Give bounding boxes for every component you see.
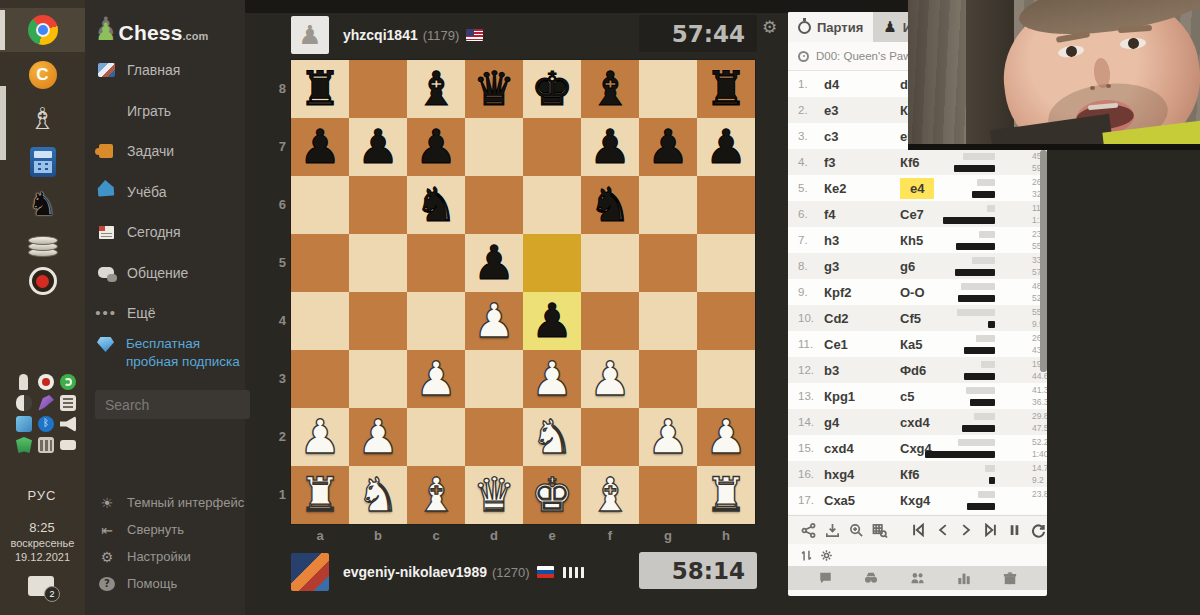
white-move[interactable]: Кe2	[824, 181, 900, 196]
puzzle-icon	[99, 144, 113, 158]
sidebar-item-chatb[interactable]: Общение	[85, 253, 245, 294]
help-icon: ?	[99, 577, 115, 591]
piece-white-pawn[interactable]: ♟	[589, 350, 631, 408]
player-avatar[interactable]	[291, 553, 329, 591]
bishop-app-icon[interactable]: ♗	[0, 97, 85, 141]
panel-bottom-bar	[788, 566, 1047, 590]
square-h5[interactable]	[697, 234, 755, 292]
move-number: 2.	[788, 104, 824, 116]
opening-icon	[798, 51, 809, 62]
black-time-bar	[962, 425, 995, 432]
white-time-bar	[961, 283, 995, 290]
system-date: 19.12.2021	[0, 551, 85, 563]
piece-black-queen[interactable]: ♛	[473, 60, 515, 118]
piece-black-pawn[interactable]: ♟	[415, 118, 457, 176]
square-b6[interactable]	[349, 176, 407, 234]
knight-app-icon: ♞	[28, 188, 57, 220]
sidebar-item-label: Общение	[127, 265, 188, 281]
square-f1[interactable]: ♝	[581, 466, 639, 524]
sidebar-item-label: Главная	[127, 62, 180, 78]
white-move[interactable]: cxd4	[824, 441, 900, 456]
square-f4[interactable]	[581, 292, 639, 350]
observe-tab-icon[interactable]	[859, 567, 883, 589]
white-time-bar	[972, 257, 995, 264]
black-time-bar	[988, 321, 995, 328]
piece-white-pawn[interactable]: ♟	[473, 292, 515, 350]
utility-row	[788, 544, 1047, 566]
square-g7[interactable]: ♟	[639, 118, 697, 176]
rec-tray-icon[interactable]	[38, 374, 54, 390]
app-tray-icon[interactable]	[16, 416, 32, 432]
square-c3[interactable]: ♟	[407, 350, 465, 408]
square-h4[interactable]	[697, 292, 755, 350]
move-number: 16.	[788, 468, 824, 480]
white-move[interactable]: f4	[824, 207, 900, 222]
move-number: 17.	[788, 494, 824, 506]
chess-board: ♜♝♛♚♝♜♟♟♟♟♟♟♞♞♟♟♟♟♟♟♟♟♞♟♟♜♞♝♛♚♝♜	[291, 60, 755, 524]
board-settings-gear-icon[interactable]: ⚙	[762, 17, 777, 37]
square-e6[interactable]	[523, 176, 581, 234]
move-time: 14.7	[1032, 463, 1047, 473]
sidebar-item-label: Ещё	[127, 305, 156, 321]
shield-tray-icon[interactable]	[16, 437, 32, 453]
record-button-icon[interactable]	[0, 259, 85, 303]
square-c2[interactable]	[407, 408, 465, 466]
notifications-icon[interactable]: 2	[28, 576, 54, 596]
white-time-bar	[987, 205, 995, 212]
square-a5[interactable]	[291, 234, 349, 292]
piece-white-queen[interactable]: ♛	[473, 466, 515, 524]
move-time: 52.2	[1032, 437, 1047, 447]
square-g2[interactable]: ♟	[639, 408, 697, 466]
system-tray	[14, 372, 80, 456]
move-number: 13.	[788, 390, 824, 402]
piece-white-pawn[interactable]: ♟	[647, 408, 689, 466]
white-time-bar	[976, 335, 995, 342]
sidebar-item-label: Учёба	[127, 184, 166, 200]
move-row: 17.Сxa5Кxg423.8	[788, 487, 1047, 513]
move-row: 5.Кe2e426.132.9	[788, 175, 1047, 201]
collapse-icon: ⇤	[99, 522, 115, 538]
piece-black-pawn[interactable]: ♟	[647, 118, 689, 176]
tostart-button[interactable]	[906, 519, 930, 541]
file-label-e: e	[523, 526, 581, 546]
webcam-overlay	[908, 0, 1200, 150]
c-app-icon[interactable]: C	[0, 53, 85, 97]
piece-white-knight[interactable]: ♞	[357, 466, 399, 524]
file-label-a: a	[291, 526, 349, 546]
batt-tray-icon[interactable]	[60, 440, 76, 450]
sidebar-item-play[interactable]: Играть	[85, 91, 245, 132]
white-time-bar	[985, 465, 995, 472]
piece-black-bishop[interactable]: ♝	[415, 60, 457, 118]
piece-white-pawn[interactable]: ♟	[415, 350, 457, 408]
black-move[interactable]: e4	[900, 181, 960, 196]
boardsearch-button[interactable]	[868, 519, 892, 541]
white-move[interactable]: f3	[824, 155, 900, 170]
stats-tab-icon[interactable]	[952, 567, 976, 589]
square-d5[interactable]: ♟	[465, 234, 523, 292]
black-time-bar	[956, 243, 995, 250]
black-move[interactable]: c5	[900, 389, 960, 404]
piece-black-pawn[interactable]: ♟	[299, 118, 341, 176]
black-time-bar	[964, 373, 995, 380]
black-time-bar	[970, 399, 995, 406]
move-number: 6.	[788, 208, 824, 220]
rank-label-3: 3	[268, 350, 286, 408]
white-move[interactable]: c3	[824, 129, 900, 144]
system-clock[interactable]: 8:25	[2, 520, 82, 535]
swap-button[interactable]	[796, 546, 816, 564]
square-d1[interactable]: ♛	[465, 466, 523, 524]
mouse-tray-icon[interactable]	[16, 395, 32, 411]
square-d2[interactable]	[465, 408, 523, 466]
piece-black-pawn[interactable]: ♟	[705, 118, 747, 176]
rank-label-4: 4	[268, 292, 286, 350]
square-g1[interactable]	[639, 466, 697, 524]
square-d7[interactable]	[465, 118, 523, 176]
square-f5[interactable]	[581, 234, 639, 292]
white-move[interactable]: b3	[824, 363, 900, 378]
file-label-d: d	[465, 526, 523, 546]
download-button[interactable]	[820, 519, 844, 541]
search-input[interactable]	[95, 390, 250, 419]
player-rating: (1270)	[492, 565, 530, 580]
square-b2[interactable]: ♟	[349, 408, 407, 466]
square-b5[interactable]	[349, 234, 407, 292]
move-number: 8.	[788, 260, 824, 272]
learn-icon	[98, 187, 115, 197]
calculator-icon[interactable]	[0, 140, 85, 184]
opponent-name[interactable]: yhzcqi1841	[343, 27, 418, 43]
toend-button[interactable]	[978, 519, 1002, 541]
square-d3[interactable]	[465, 350, 523, 408]
square-a8[interactable]: ♜	[291, 60, 349, 118]
window-edge	[0, 86, 6, 160]
white-move[interactable]: g3	[824, 259, 900, 274]
square-d4[interactable]: ♟	[465, 292, 523, 350]
reload-button[interactable]	[1026, 519, 1047, 541]
forward-button[interactable]	[954, 519, 978, 541]
square-f3[interactable]: ♟	[581, 350, 639, 408]
piece-black-king[interactable]: ♚	[531, 60, 573, 118]
chesscom-logo[interactable]: ♟ Chess .com	[95, 18, 208, 46]
white-move[interactable]: g4	[824, 415, 900, 430]
square-g8[interactable]	[639, 60, 697, 118]
square-e2[interactable]: ♞	[523, 408, 581, 466]
rank-label-1: 1	[268, 466, 286, 524]
square-e4[interactable]: ♟	[523, 292, 581, 350]
white-move[interactable]: Сxa5	[824, 493, 900, 508]
piece-white-pawn[interactable]: ♟	[531, 350, 573, 408]
tab-game[interactable]: Партия	[788, 12, 873, 42]
piece-white-bishop[interactable]: ♝	[589, 466, 631, 524]
move-row: 16.hxg4Кf614.79.2	[788, 461, 1047, 487]
white-move[interactable]: h3	[824, 233, 900, 248]
square-f8[interactable]: ♝	[581, 60, 639, 118]
black-move[interactable]: O-O	[900, 285, 960, 300]
square-h2[interactable]: ♟	[697, 408, 755, 466]
white-time-bar	[957, 309, 996, 316]
timer-icon	[798, 21, 811, 34]
black-time-bar	[954, 165, 995, 172]
piece-black-bishop[interactable]: ♝	[589, 60, 631, 118]
square-a2[interactable]: ♟	[291, 408, 349, 466]
move-time: 44.6	[1032, 371, 1047, 381]
move-row: 10.Сd2Сf555.09.9	[788, 305, 1047, 331]
white-move[interactable]: Сd2	[824, 311, 900, 326]
opponent-rating: (1179)	[423, 28, 460, 43]
black-move[interactable]: Кa5	[900, 337, 960, 352]
chrome-icon[interactable]	[0, 8, 85, 52]
move-number: 10.	[788, 312, 824, 324]
black-move[interactable]: Сf5	[900, 311, 960, 326]
mic-tray-icon[interactable]	[19, 374, 28, 390]
piece-white-rook[interactable]: ♜	[299, 466, 341, 524]
move-time: 29.8	[1032, 411, 1047, 421]
black-time-bar	[925, 451, 995, 458]
move-number: 15.	[788, 442, 824, 454]
calculator-icon	[30, 147, 56, 177]
square-h6[interactable]	[697, 176, 755, 234]
connection-bars-icon	[563, 567, 587, 578]
black-time-bar	[964, 347, 995, 354]
white-time-bar	[974, 413, 995, 420]
square-c1[interactable]: ♝	[407, 466, 465, 524]
opening-name: D00: Queen's Pawn	[816, 50, 918, 62]
rank-labels: 87654321	[268, 60, 286, 524]
sidebar-bottom-sun[interactable]: ☀Темный интерфейс	[85, 489, 245, 516]
square-e8[interactable]: ♚	[523, 60, 581, 118]
white-move[interactable]: e3	[824, 103, 900, 118]
move-row: 14.g4cxd429.847.5	[788, 409, 1047, 435]
c-app-icon: C	[29, 61, 57, 89]
piece-white-king[interactable]: ♚	[531, 466, 573, 524]
square-a6[interactable]	[291, 176, 349, 234]
move-number: 9.	[788, 286, 824, 298]
square-f2[interactable]	[581, 408, 639, 466]
white-time-bar	[978, 491, 995, 498]
logo-pawn-icon: ♟	[95, 18, 117, 46]
home-icon	[98, 63, 115, 77]
black-time-bar	[955, 269, 995, 276]
move-row: 11.Сe1Кa526.743.6	[788, 331, 1047, 357]
settings-button[interactable]	[816, 546, 836, 564]
keys-tray-icon[interactable]	[60, 395, 76, 411]
sidebar-item-label: Играть	[127, 103, 171, 119]
sidebar-item-puzzle[interactable]: Задачи	[85, 131, 245, 172]
white-move[interactable]: Крf2	[824, 285, 900, 300]
square-e3[interactable]: ♟	[523, 350, 581, 408]
sun-icon: ☀	[99, 495, 115, 511]
black-move[interactable]: Кh5	[900, 233, 960, 248]
move-row: 6.f4Сe711.01:14.3	[788, 201, 1047, 227]
trial-line2: пробная подписка	[126, 354, 240, 369]
white-move[interactable]: Крg1	[824, 389, 900, 404]
piece-black-pawn[interactable]: ♟	[589, 118, 631, 176]
rank-label-7: 7	[268, 118, 286, 176]
move-number: 12.	[788, 364, 824, 376]
gem-icon	[97, 337, 114, 352]
pause-button[interactable]	[1002, 519, 1026, 541]
square-e1[interactable]: ♚	[523, 466, 581, 524]
square-c8[interactable]: ♝	[407, 60, 465, 118]
square-e7[interactable]	[523, 118, 581, 176]
sync-tray-icon[interactable]	[60, 374, 76, 390]
white-move[interactable]: d4	[824, 77, 900, 92]
white-move[interactable]: Сe1	[824, 337, 900, 352]
rank-label-2: 2	[268, 408, 286, 466]
square-e5[interactable]	[523, 234, 581, 292]
share-button[interactable]	[796, 519, 820, 541]
player-clock: 58:14	[639, 552, 757, 589]
black-move[interactable]: Кxg4	[900, 493, 960, 508]
move-row: 4.f3Кf645.959.0	[788, 149, 1047, 175]
move-time: 9.2	[1032, 475, 1044, 485]
white-time-bar	[981, 361, 995, 368]
square-c4[interactable]	[407, 292, 465, 350]
square-b7[interactable]: ♟	[349, 118, 407, 176]
piece-white-knight[interactable]: ♞	[531, 408, 573, 466]
square-d8[interactable]: ♛	[465, 60, 523, 118]
player-name[interactable]: evgeniy-nikolaev1989	[343, 564, 487, 580]
square-a3[interactable]	[291, 350, 349, 408]
white-move[interactable]: hxg4	[824, 467, 900, 482]
piece-black-rook[interactable]: ♜	[705, 60, 747, 118]
square-g4[interactable]	[639, 292, 697, 350]
move-time: 36.3	[1032, 397, 1047, 407]
sidebar-item-today[interactable]: Сегодня	[85, 212, 245, 253]
file-label-c: c	[407, 526, 465, 546]
move-number: 3.	[788, 130, 824, 142]
file-label-f: f	[581, 526, 639, 546]
square-h3[interactable]	[697, 350, 755, 408]
bt-tray-icon[interactable]	[38, 416, 54, 432]
logo-suffix: .com	[183, 30, 209, 42]
black-time-bar	[972, 191, 995, 198]
black-move[interactable]: Фd6	[900, 363, 960, 378]
black-move[interactable]: Кf6	[900, 467, 960, 482]
zoom-button[interactable]	[844, 519, 868, 541]
sidebar-bottom-gear[interactable]: ⚙Настройки	[85, 543, 245, 570]
piece-black-pawn[interactable]: ♟	[357, 118, 399, 176]
rank-label-8: 8	[268, 60, 286, 118]
square-b8[interactable]	[349, 60, 407, 118]
panel-scrollbar[interactable]	[1040, 150, 1047, 372]
today-icon	[99, 226, 114, 239]
spk-tray-icon[interactable]	[60, 416, 76, 432]
bank-tray-icon[interactable]	[38, 437, 54, 453]
piece-white-pawn[interactable]: ♟	[299, 408, 341, 466]
back-button[interactable]	[930, 519, 954, 541]
square-d6[interactable]	[465, 176, 523, 234]
square-b3[interactable]	[349, 350, 407, 408]
piece-black-knight[interactable]: ♞	[589, 176, 631, 234]
opponent-avatar[interactable]: ♟	[291, 16, 329, 54]
move-time: 23.8	[1032, 489, 1047, 499]
dots-icon: •••	[95, 308, 117, 318]
piece-white-rook[interactable]: ♜	[705, 466, 747, 524]
move-row: 13.Крg1c541.336.3	[788, 383, 1047, 409]
square-c7[interactable]: ♟	[407, 118, 465, 176]
square-b4[interactable]	[349, 292, 407, 350]
square-h8[interactable]: ♜	[697, 60, 755, 118]
black-move[interactable]: cxd4	[900, 415, 960, 430]
file-label-g: g	[639, 526, 697, 546]
square-a7[interactable]: ♟	[291, 118, 349, 176]
players-tab-icon[interactable]	[905, 567, 929, 589]
file-labels: abcdefgh	[291, 526, 755, 546]
piece-white-pawn[interactable]: ♟	[705, 408, 747, 466]
square-f7[interactable]: ♟	[581, 118, 639, 176]
sidebar-item-home[interactable]: Главная	[85, 50, 245, 91]
white-time-bar	[958, 439, 995, 446]
sidebar-item-dots[interactable]: •••Ещё	[85, 293, 245, 334]
move-number: 14.	[788, 416, 824, 428]
square-a4[interactable]	[291, 292, 349, 350]
free-trial-link[interactable]: Бесплатная пробная подписка	[97, 335, 240, 371]
piece-white-pawn[interactable]: ♟	[357, 408, 399, 466]
square-h7[interactable]: ♟	[697, 118, 755, 176]
piece-black-pawn[interactable]: ♟	[473, 234, 515, 292]
move-time: 47.5	[1032, 423, 1047, 433]
piece-black-rook[interactable]: ♜	[299, 60, 341, 118]
sidebar-item-learn[interactable]: Учёба	[85, 172, 245, 213]
chesscom-sidebar: ♟ Chess .com ГлавнаяИгратьЗадачиУчёбаСег…	[85, 0, 245, 615]
move-row: 7.h3Кh523.155.4	[788, 227, 1047, 253]
white-time-bar	[979, 231, 995, 238]
black-move[interactable]: g6	[900, 259, 960, 274]
chat-tab-icon[interactable]	[813, 567, 837, 589]
bishop-app-icon: ♗	[29, 104, 56, 134]
sidebar-bottom-help[interactable]: ?Помощь	[85, 570, 245, 597]
move-number: 1.	[788, 78, 824, 90]
square-h1[interactable]: ♜	[697, 466, 755, 524]
move-number: 5.	[788, 182, 824, 194]
sidebar-bottom-collapse[interactable]: ⇤Свернуть	[85, 516, 245, 543]
move-number: 7.	[788, 234, 824, 246]
us-flag-icon	[466, 29, 483, 41]
black-time-bar	[958, 295, 995, 302]
piece-black-pawn[interactable]: ♟	[531, 292, 573, 350]
move-row: 15.cxd4Сxg452.21:40.2	[788, 435, 1047, 461]
piece-white-bishop[interactable]: ♝	[415, 466, 457, 524]
ru-flag-icon	[537, 566, 554, 578]
chrome-icon	[28, 15, 58, 45]
trial-line1: Бесплатная	[126, 336, 200, 351]
square-g5[interactable]	[639, 234, 697, 292]
square-g3[interactable]	[639, 350, 697, 408]
black-time-bar	[943, 217, 995, 224]
move-row: 9.Крf2O-O48.252.4	[788, 279, 1047, 305]
gifts-tab-icon[interactable]	[998, 567, 1022, 589]
square-a1[interactable]: ♜	[291, 466, 349, 524]
square-f6[interactable]: ♞	[581, 176, 639, 234]
square-c5[interactable]	[407, 234, 465, 292]
white-time-bar	[977, 179, 995, 186]
piece-black-knight[interactable]: ♞	[415, 176, 457, 234]
square-b1[interactable]: ♞	[349, 466, 407, 524]
square-g6[interactable]	[639, 176, 697, 234]
rank-label-6: 6	[268, 176, 286, 234]
square-c6[interactable]: ♞	[407, 176, 465, 234]
file-label-h: h	[697, 526, 755, 546]
knight-app-icon[interactable]: ♞	[0, 182, 85, 226]
pen-tray-icon[interactable]	[38, 395, 54, 411]
white-time-bar	[963, 153, 995, 160]
language-indicator[interactable]: РУС	[14, 488, 70, 503]
black-move[interactable]: Кf6	[900, 155, 960, 170]
